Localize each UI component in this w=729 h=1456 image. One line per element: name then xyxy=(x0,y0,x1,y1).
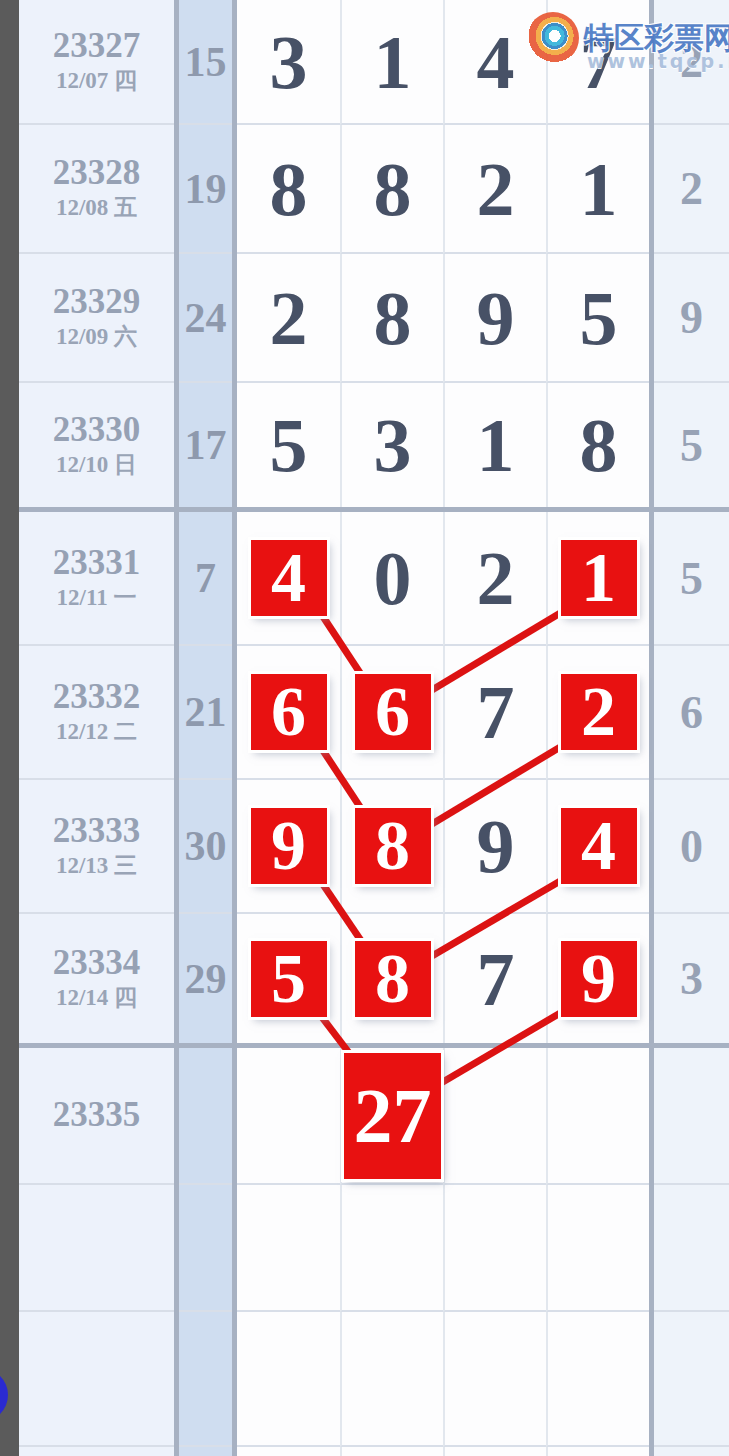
cell-tail: 6 xyxy=(654,646,729,780)
highlight-box: 9 xyxy=(251,808,327,884)
cell-digit: 4 xyxy=(443,0,546,125)
cell-tail xyxy=(654,1185,729,1312)
cell-digit: 2 xyxy=(443,512,546,646)
digit-value: 1 xyxy=(477,407,515,483)
draw-date: 12/07 四 xyxy=(56,68,137,94)
cell-issue: 23335 xyxy=(19,1048,174,1185)
cell-digit xyxy=(237,1048,340,1185)
cell-issue xyxy=(19,1185,174,1312)
cell-digit xyxy=(546,1185,649,1312)
cell-digit: 7 xyxy=(443,646,546,780)
cell-digit xyxy=(546,1312,649,1447)
cell-sum: 15 xyxy=(179,0,232,125)
cell-sum: 19 xyxy=(179,125,232,254)
cell-digit: 5 xyxy=(546,254,649,383)
issue-number: 23334 xyxy=(53,945,141,982)
digit-value: 4 xyxy=(477,24,515,100)
draw-date: 12/09 六 xyxy=(56,324,137,350)
cell-digit xyxy=(443,1447,546,1456)
cell-digit: 9 xyxy=(546,914,649,1043)
lottery-trend-chart-screen: 2332712/07 四15314722332812/08 五198821223… xyxy=(0,0,729,1456)
digit-value: 8 xyxy=(270,151,308,227)
prediction-box: 27 xyxy=(344,1053,441,1179)
issue-number: 23330 xyxy=(53,412,141,449)
tail-value: 5 xyxy=(680,419,703,472)
cell-digit: 5 xyxy=(237,383,340,507)
tail-value: 2 xyxy=(680,162,703,215)
draw-date: 12/10 日 xyxy=(56,452,137,478)
tail-value: 0 xyxy=(680,820,703,873)
cell-digit: 9 xyxy=(237,780,340,914)
highlight-box: 6 xyxy=(251,674,327,750)
digit-value: 7 xyxy=(477,941,515,1017)
draw-date: 12/11 一 xyxy=(57,585,137,611)
cell-digit xyxy=(340,1312,443,1447)
digit-value: 5 xyxy=(270,407,308,483)
cell-issue: 2333212/12 二 xyxy=(19,646,174,780)
sum-value: 21 xyxy=(185,688,227,736)
cell-sum: 21 xyxy=(179,646,232,780)
cell-digit: 4 xyxy=(546,780,649,914)
cell-digit: 1 xyxy=(443,383,546,507)
cell-digit: 1 xyxy=(340,0,443,125)
cell-digit: 3 xyxy=(340,383,443,507)
cell-digit xyxy=(237,1447,340,1456)
digit-value: 0 xyxy=(374,540,412,616)
issue-number: 23329 xyxy=(53,284,141,321)
cell-issue: 2333112/11 一 xyxy=(19,512,174,646)
digit-value: 8 xyxy=(580,407,618,483)
issue-number: 23332 xyxy=(53,679,141,716)
draw-date: 12/14 四 xyxy=(56,985,137,1011)
cell-digit xyxy=(443,1048,546,1185)
cell-digit xyxy=(443,1185,546,1312)
cell-sum xyxy=(179,1312,232,1447)
cell-digit: 8 xyxy=(340,914,443,1043)
cell-tail: 5 xyxy=(654,512,729,646)
digit-value: 9 xyxy=(477,280,515,356)
cell-issue: 2333312/13 三 xyxy=(19,780,174,914)
highlight-box: 4 xyxy=(251,540,327,616)
cell-digit: 4 xyxy=(237,512,340,646)
cell-digit: 1 xyxy=(546,125,649,254)
cell-digit xyxy=(546,1447,649,1456)
digit-value: 3 xyxy=(374,407,412,483)
cell-digit xyxy=(237,1185,340,1312)
issue-number: 23327 xyxy=(53,28,141,65)
cell-tail: 3 xyxy=(654,914,729,1043)
cell-digit: 2 xyxy=(237,254,340,383)
cell-sum xyxy=(179,1185,232,1312)
cell-sum: 7 xyxy=(179,512,232,646)
cell-tail: 0 xyxy=(654,780,729,914)
cell-issue xyxy=(19,1447,174,1456)
draw-date: 12/08 五 xyxy=(56,195,137,221)
tail-value: 5 xyxy=(680,552,703,605)
digit-value: 5 xyxy=(580,280,618,356)
draw-date: 12/12 二 xyxy=(56,719,137,745)
cell-tail: 2 xyxy=(654,125,729,254)
highlight-box: 8 xyxy=(355,808,431,884)
issue-number: 23335 xyxy=(53,1097,141,1134)
cell-digit: 8 xyxy=(340,254,443,383)
issue-number: 23331 xyxy=(53,545,141,582)
digit-value: 8 xyxy=(374,151,412,227)
cell-digit: 9 xyxy=(443,254,546,383)
cell-digit: 8 xyxy=(546,383,649,507)
cell-sum: 17 xyxy=(179,383,232,507)
cell-digit: 1 xyxy=(546,512,649,646)
site-url: www.tqcp.net xyxy=(587,50,729,72)
cell-digit: 2 xyxy=(546,646,649,780)
issue-number: 23328 xyxy=(53,155,141,192)
digit-value: 1 xyxy=(374,24,412,100)
cell-digit: 8 xyxy=(340,125,443,254)
cell-tail xyxy=(654,1447,729,1456)
highlight-box: 2 xyxy=(561,674,637,750)
highlight-box: 1 xyxy=(561,540,637,616)
cell-digit: 3 xyxy=(237,0,340,125)
digit-value: 2 xyxy=(270,280,308,356)
trend-chart-grid: 2332712/07 四15314722332812/08 五198821223… xyxy=(19,0,729,1456)
highlight-box: 9 xyxy=(561,941,637,1017)
sum-value: 7 xyxy=(195,554,216,602)
digit-value: 1 xyxy=(580,151,618,227)
cell-digit: 8 xyxy=(340,780,443,914)
sum-value: 29 xyxy=(185,955,227,1003)
cell-digit xyxy=(340,1447,443,1456)
highlight-box: 5 xyxy=(251,941,327,1017)
cell-digit: 8 xyxy=(237,125,340,254)
cell-sum: 24 xyxy=(179,254,232,383)
cell-issue: 2332712/07 四 xyxy=(19,0,174,125)
sum-value: 17 xyxy=(185,421,227,469)
digit-value: 2 xyxy=(477,540,515,616)
cell-digit: 6 xyxy=(340,646,443,780)
cell-digit: 7 xyxy=(443,914,546,1043)
highlight-box: 6 xyxy=(355,674,431,750)
cell-tail xyxy=(654,1048,729,1185)
cell-sum xyxy=(179,1048,232,1185)
digit-value: 2 xyxy=(477,151,515,227)
cell-tail: 5 xyxy=(654,383,729,507)
cell-digit: 6 xyxy=(237,646,340,780)
cell-digit xyxy=(443,1312,546,1447)
sum-value: 15 xyxy=(185,38,227,86)
tail-value: 9 xyxy=(680,291,703,344)
cell-digit xyxy=(340,1185,443,1312)
left-edge-strip xyxy=(0,0,19,1456)
digit-value: 3 xyxy=(270,24,308,100)
cell-sum: 30 xyxy=(179,780,232,914)
cell-digit: 2 xyxy=(443,125,546,254)
cell-issue: 2332912/09 六 xyxy=(19,254,174,383)
digit-value: 8 xyxy=(374,280,412,356)
cell-tail xyxy=(654,1312,729,1447)
highlight-box: 8 xyxy=(355,941,431,1017)
highlight-box: 4 xyxy=(561,808,637,884)
digit-value: 9 xyxy=(477,808,515,884)
cell-digit: 27 xyxy=(340,1048,443,1185)
digit-value: 7 xyxy=(477,674,515,750)
cell-digit: 5 xyxy=(237,914,340,1043)
cell-issue: 2333412/14 四 xyxy=(19,914,174,1043)
issue-number: 23333 xyxy=(53,813,141,850)
cell-digit xyxy=(546,1048,649,1185)
draw-date: 12/13 三 xyxy=(56,853,137,879)
cell-sum xyxy=(179,1447,232,1456)
cell-digit: 0 xyxy=(340,512,443,646)
tail-value: 3 xyxy=(680,952,703,1005)
tail-value: 6 xyxy=(680,686,703,739)
cell-issue xyxy=(19,1312,174,1447)
sum-value: 24 xyxy=(185,294,227,342)
cell-issue: 2332812/08 五 xyxy=(19,125,174,254)
cell-tail: 9 xyxy=(654,254,729,383)
cell-digit xyxy=(237,1312,340,1447)
cell-sum: 29 xyxy=(179,914,232,1043)
sum-value: 30 xyxy=(185,822,227,870)
cell-digit: 9 xyxy=(443,780,546,914)
cell-issue: 2333012/10 日 xyxy=(19,383,174,507)
site-logo-swirl-icon xyxy=(527,12,579,64)
sum-value: 19 xyxy=(185,165,227,213)
